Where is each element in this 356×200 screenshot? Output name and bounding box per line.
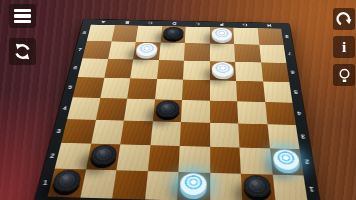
square-A4[interactable] [67,97,100,120]
square-E6[interactable] [183,61,209,81]
black-checker-G1[interactable] [243,174,271,197]
square-F6[interactable] [209,61,236,81]
board-grid [48,25,308,200]
square-C3[interactable] [120,121,152,146]
black-checker-A1[interactable] [52,169,83,191]
square-E7[interactable] [184,43,210,61]
square-D5[interactable] [155,79,183,100]
square-F1[interactable] [210,173,243,200]
square-H8[interactable] [257,28,283,45]
square-G2[interactable] [239,148,272,175]
square-F2[interactable] [210,147,241,174]
square-D3[interactable] [150,121,181,146]
lightbulb-icon [336,67,353,84]
square-E8[interactable] [185,27,210,44]
square-F3[interactable] [210,123,240,148]
square-A8[interactable] [87,25,115,42]
square-H3[interactable] [267,124,300,149]
black-checker-D4[interactable] [155,100,180,117]
info-icon: i [342,40,346,55]
square-G3[interactable] [238,124,269,149]
square-A5[interactable] [73,77,104,98]
black-checker-B2[interactable] [89,144,118,164]
square-D1[interactable] [145,171,179,200]
square-C4[interactable] [124,99,155,122]
square-D7[interactable] [158,43,184,61]
square-B7[interactable] [108,41,136,59]
square-G6[interactable] [235,62,263,82]
square-D4[interactable] [152,99,182,122]
square-E5[interactable] [182,80,210,101]
restart-button[interactable] [9,38,36,65]
square-E2[interactable] [178,146,209,173]
square-G4[interactable] [237,101,267,124]
restart-icon [13,42,32,61]
square-B1[interactable] [80,169,117,198]
square-H6[interactable] [261,62,290,82]
square-E3[interactable] [180,122,210,147]
square-B4[interactable] [95,98,127,121]
square-C6[interactable] [130,59,158,78]
square-C5[interactable] [127,78,156,99]
square-G8[interactable] [233,28,259,45]
undo-button[interactable] [333,8,355,30]
square-B2[interactable] [86,144,121,171]
square-B6[interactable] [104,59,133,78]
square-G7[interactable] [234,44,261,62]
white-checker-H2[interactable] [272,149,300,170]
menu-button[interactable] [9,4,36,28]
square-F4[interactable] [210,101,239,124]
square-G5[interactable] [236,81,265,102]
square-E1[interactable] [177,172,210,200]
square-H5[interactable] [263,81,293,102]
square-A7[interactable] [82,41,111,59]
square-D8[interactable] [160,26,185,43]
board: ABCDEFGH ABCDEFGH 87654321 87654321 [33,19,321,200]
info-button[interactable]: i [333,36,355,58]
square-C2[interactable] [116,144,150,171]
square-H1[interactable] [272,175,308,200]
hint-button[interactable] [333,64,355,86]
square-B8[interactable] [111,25,138,42]
square-H2[interactable] [269,148,303,175]
square-D2[interactable] [147,145,179,172]
square-F8[interactable] [209,27,234,44]
square-E4[interactable] [181,100,210,123]
square-H4[interactable] [265,102,296,125]
white-checker-F6[interactable] [212,62,234,77]
square-C8[interactable] [136,26,162,43]
white-checker-C7[interactable] [136,42,158,56]
square-C7[interactable] [133,42,160,60]
undo-icon [336,11,353,28]
square-A6[interactable] [78,58,108,77]
square-H7[interactable] [259,45,287,63]
square-B3[interactable] [91,120,124,145]
checkers-app-screen: i ABCDEFGH ABCDEFGH 87654321 87654321 [0,0,356,200]
square-F7[interactable] [209,44,235,62]
white-checker-E1[interactable] [180,173,207,195]
white-checker-F8[interactable] [211,27,232,40]
square-G1[interactable] [241,174,275,200]
square-D6[interactable] [157,60,184,80]
square-C1[interactable] [112,170,147,199]
hamburger-icon [14,9,31,24]
square-F5[interactable] [209,80,237,101]
black-checker-D8[interactable] [163,26,184,39]
square-B5[interactable] [100,78,130,99]
board-frame: ABCDEFGH ABCDEFGH 87654321 87654321 [33,19,321,200]
